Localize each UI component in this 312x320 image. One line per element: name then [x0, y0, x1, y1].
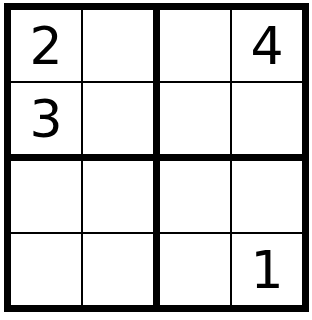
sudoku-board: 2 4 3 1: [4, 3, 309, 312]
page: 2 4 3 1: [0, 0, 312, 320]
cell-r4c2[interactable]: [83, 234, 160, 305]
cell-r3c3[interactable]: [160, 161, 232, 234]
cell-r3c4[interactable]: [232, 161, 302, 234]
cell-r3c2[interactable]: [83, 161, 160, 234]
cell-r3c1[interactable]: [11, 161, 83, 234]
cell-r1c1[interactable]: 2: [11, 10, 83, 83]
cell-r4c4[interactable]: 1: [232, 234, 302, 305]
cell-r1c3[interactable]: [160, 10, 232, 83]
cell-value: 1: [250, 244, 283, 296]
cell-r4c1[interactable]: [11, 234, 83, 305]
cell-r1c2[interactable]: [83, 10, 160, 83]
cell-value: 3: [29, 93, 62, 145]
cell-value: 4: [250, 20, 283, 72]
cell-r4c3[interactable]: [160, 234, 232, 305]
cell-r2c2[interactable]: [83, 83, 160, 161]
cell-r2c4[interactable]: [232, 83, 302, 161]
cell-r1c4[interactable]: 4: [232, 10, 302, 83]
cell-value: 2: [29, 20, 62, 72]
cell-r2c3[interactable]: [160, 83, 232, 161]
cell-r2c1[interactable]: 3: [11, 83, 83, 161]
